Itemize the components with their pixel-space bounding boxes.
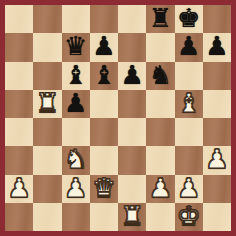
- piece-white-pawn-h3[interactable]: ♟: [205, 146, 228, 173]
- square-d2[interactable]: ♛: [90, 175, 118, 203]
- square-a4[interactable]: [5, 118, 33, 146]
- square-d1[interactable]: [90, 203, 118, 231]
- square-h5[interactable]: [203, 90, 231, 118]
- square-h3[interactable]: ♟: [203, 146, 231, 174]
- piece-white-knight-c3[interactable]: ♞: [64, 146, 87, 173]
- square-c3[interactable]: ♞: [62, 146, 90, 174]
- square-f8[interactable]: ♜: [146, 5, 174, 33]
- square-d5[interactable]: [90, 90, 118, 118]
- piece-black-pawn-g7[interactable]: ♟: [177, 33, 200, 60]
- piece-black-knight-f6[interactable]: ♞: [149, 62, 172, 89]
- square-h4[interactable]: [203, 118, 231, 146]
- square-b4[interactable]: [33, 118, 61, 146]
- piece-black-bishop-d6[interactable]: ♝: [92, 62, 115, 89]
- square-e6[interactable]: ♟: [118, 62, 146, 90]
- square-g7[interactable]: ♟: [175, 33, 203, 61]
- square-e2[interactable]: [118, 175, 146, 203]
- square-b2[interactable]: [33, 175, 61, 203]
- square-d3[interactable]: [90, 146, 118, 174]
- square-b1[interactable]: [33, 203, 61, 231]
- square-c7[interactable]: ♛: [62, 33, 90, 61]
- square-h7[interactable]: ♟: [203, 33, 231, 61]
- square-g3[interactable]: [175, 146, 203, 174]
- square-e5[interactable]: [118, 90, 146, 118]
- square-a8[interactable]: [5, 5, 33, 33]
- piece-black-pawn-e6[interactable]: ♟: [120, 62, 143, 89]
- square-h8[interactable]: [203, 5, 231, 33]
- square-b6[interactable]: [33, 62, 61, 90]
- piece-white-king-g1[interactable]: ♚: [177, 203, 200, 230]
- square-f1[interactable]: [146, 203, 174, 231]
- square-a7[interactable]: [5, 33, 33, 61]
- square-c5[interactable]: ♟: [62, 90, 90, 118]
- square-g8[interactable]: ♚: [175, 5, 203, 33]
- square-e7[interactable]: [118, 33, 146, 61]
- square-a6[interactable]: [5, 62, 33, 90]
- square-e1[interactable]: ♜: [118, 203, 146, 231]
- square-g5[interactable]: ♝: [175, 90, 203, 118]
- square-b8[interactable]: [33, 5, 61, 33]
- piece-black-queen-c7[interactable]: ♛: [64, 33, 87, 60]
- square-g1[interactable]: ♚: [175, 203, 203, 231]
- square-f6[interactable]: ♞: [146, 62, 174, 90]
- square-b7[interactable]: [33, 33, 61, 61]
- square-a1[interactable]: [5, 203, 33, 231]
- square-a5[interactable]: [5, 90, 33, 118]
- square-d6[interactable]: ♝: [90, 62, 118, 90]
- square-c6[interactable]: ♝: [62, 62, 90, 90]
- piece-white-rook-e1[interactable]: ♜: [120, 203, 143, 230]
- square-g2[interactable]: ♟: [175, 175, 203, 203]
- square-c1[interactable]: [62, 203, 90, 231]
- square-b5[interactable]: ♜: [33, 90, 61, 118]
- square-f7[interactable]: [146, 33, 174, 61]
- square-e4[interactable]: [118, 118, 146, 146]
- piece-white-pawn-f2[interactable]: ♟: [149, 175, 172, 202]
- square-c2[interactable]: ♟: [62, 175, 90, 203]
- square-c8[interactable]: [62, 5, 90, 33]
- piece-white-rook-b5[interactable]: ♜: [36, 90, 59, 117]
- square-d7[interactable]: ♟: [90, 33, 118, 61]
- square-a3[interactable]: [5, 146, 33, 174]
- square-f4[interactable]: [146, 118, 174, 146]
- square-h1[interactable]: [203, 203, 231, 231]
- square-e8[interactable]: [118, 5, 146, 33]
- piece-black-bishop-c6[interactable]: ♝: [64, 62, 87, 89]
- chess-board: ♜♚♛♟♟♟♝♝♟♞♜♟♝♞♟♟♟♛♟♟♜♚: [5, 5, 231, 231]
- piece-white-bishop-g5[interactable]: ♝: [177, 90, 200, 117]
- piece-white-queen-d2[interactable]: ♛: [92, 175, 115, 202]
- piece-white-pawn-a2[interactable]: ♟: [7, 175, 30, 202]
- piece-black-pawn-d7[interactable]: ♟: [92, 33, 115, 60]
- board-frame: ♜♚♛♟♟♟♝♝♟♞♜♟♝♞♟♟♟♛♟♟♜♚: [0, 0, 236, 236]
- square-g4[interactable]: [175, 118, 203, 146]
- square-h2[interactable]: [203, 175, 231, 203]
- piece-black-king-g8[interactable]: ♚: [177, 5, 200, 32]
- square-f2[interactable]: ♟: [146, 175, 174, 203]
- square-d8[interactable]: [90, 5, 118, 33]
- square-h6[interactable]: [203, 62, 231, 90]
- piece-black-pawn-c5[interactable]: ♟: [64, 90, 87, 117]
- piece-white-pawn-c2[interactable]: ♟: [64, 175, 87, 202]
- piece-white-pawn-g2[interactable]: ♟: [177, 175, 200, 202]
- square-g6[interactable]: [175, 62, 203, 90]
- square-f3[interactable]: [146, 146, 174, 174]
- square-f5[interactable]: [146, 90, 174, 118]
- square-a2[interactable]: ♟: [5, 175, 33, 203]
- square-b3[interactable]: [33, 146, 61, 174]
- square-d4[interactable]: [90, 118, 118, 146]
- piece-black-pawn-h7[interactable]: ♟: [205, 33, 228, 60]
- piece-black-rook-f8[interactable]: ♜: [149, 5, 172, 32]
- square-c4[interactable]: [62, 118, 90, 146]
- square-e3[interactable]: [118, 146, 146, 174]
